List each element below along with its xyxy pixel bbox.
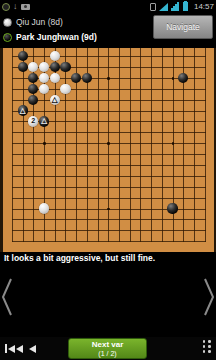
stone-white: 2 <box>28 116 38 126</box>
grid-line <box>12 241 206 242</box>
grid-line <box>119 48 120 242</box>
stone-white <box>39 84 49 94</box>
navigate-button[interactable]: Navigate <box>153 15 213 39</box>
vibrate-icon <box>150 3 156 11</box>
stone-black <box>28 95 38 105</box>
stone-black <box>28 73 38 83</box>
stone-white <box>60 84 70 94</box>
bottom-toolbar: Next var (1 / 2) <box>0 337 216 360</box>
comment-text: It looks a bit aggressive, but still fin… <box>4 253 212 263</box>
player-white-row: Qiu Jun (8d) <box>3 15 63 29</box>
next-chevron-icon[interactable] <box>203 276 215 318</box>
grid-line <box>98 48 99 242</box>
hoshi-point <box>172 142 175 145</box>
signal-icon <box>171 2 179 11</box>
hoshi-point <box>107 208 110 211</box>
grid-line <box>12 219 206 220</box>
stone-black <box>71 73 81 83</box>
stone-black: △ <box>39 116 49 126</box>
next-var-button[interactable]: Next var (1 / 2) <box>68 338 147 359</box>
clock: 14:57 <box>194 2 214 11</box>
camera-icon <box>21 4 30 10</box>
triangle-mark: △ <box>20 106 26 116</box>
stone-white <box>50 73 60 83</box>
battery-icon <box>183 2 188 11</box>
stone-black <box>60 62 70 72</box>
comment-panel: It looks a bit aggressive, but still fin… <box>0 252 216 337</box>
grid-line <box>140 48 141 242</box>
stone-black <box>18 51 28 61</box>
grid-line <box>130 48 131 242</box>
go-board[interactable]: △△△2 <box>0 48 216 252</box>
stone-white <box>39 203 49 213</box>
status-bar: ↓ 14:57 <box>0 0 216 13</box>
hoshi-point <box>172 77 175 80</box>
stone-black <box>167 203 177 213</box>
skip-to-start-icon[interactable] <box>5 344 23 353</box>
player-bar: Qiu Jun (8d) Park Junghwan (9d) Navigate <box>0 13 216 48</box>
stone-white: △ <box>50 95 60 105</box>
triangle-mark: △ <box>41 116 47 126</box>
var-counter: (1 / 2) <box>98 350 116 357</box>
player-black-row: Park Junghwan (9d) <box>3 30 97 44</box>
download-icon: ↓ <box>13 2 18 11</box>
player-black-name: Park Junghwan (9d) <box>16 32 97 42</box>
stone-white <box>28 62 38 72</box>
stone-white <box>39 62 49 72</box>
wifi-icon <box>159 3 168 11</box>
move-number-label: 2 <box>31 116 35 126</box>
stone-white <box>39 73 49 83</box>
menu-grip-icon[interactable] <box>203 340 212 353</box>
grid-line <box>12 165 206 166</box>
grid-line <box>151 48 152 242</box>
white-stone-icon <box>3 18 12 27</box>
hoshi-point <box>43 142 46 145</box>
go-app-screen: ↓ 14:57 Qiu Jun (8d) Park Junghwan (9d) … <box>0 0 216 360</box>
grid-line <box>205 48 206 242</box>
grid-line <box>12 198 206 199</box>
next-var-label: Next var <box>92 341 124 349</box>
app-icon <box>2 3 10 11</box>
grid-line <box>12 187 206 188</box>
black-stone-to-move-icon <box>3 33 12 42</box>
triangle-mark: △ <box>52 95 58 105</box>
stone-black <box>28 84 38 94</box>
player-white-name: Qiu Jun (8d) <box>16 17 63 27</box>
stone-black <box>18 62 28 72</box>
stone-black: △ <box>18 105 28 115</box>
hoshi-point <box>107 77 110 80</box>
stone-white <box>50 51 60 61</box>
stone-black <box>82 73 92 83</box>
stone-black <box>50 62 60 72</box>
prev-chevron-icon[interactable] <box>1 276 13 318</box>
grid-line <box>65 48 66 242</box>
grid-line <box>162 48 163 242</box>
step-back-icon[interactable] <box>29 345 36 353</box>
grid-line <box>194 48 195 242</box>
hoshi-point <box>107 142 110 145</box>
grid-line <box>12 154 206 155</box>
grid-line <box>12 230 206 231</box>
grid-line <box>12 176 206 177</box>
stone-black <box>178 73 188 83</box>
